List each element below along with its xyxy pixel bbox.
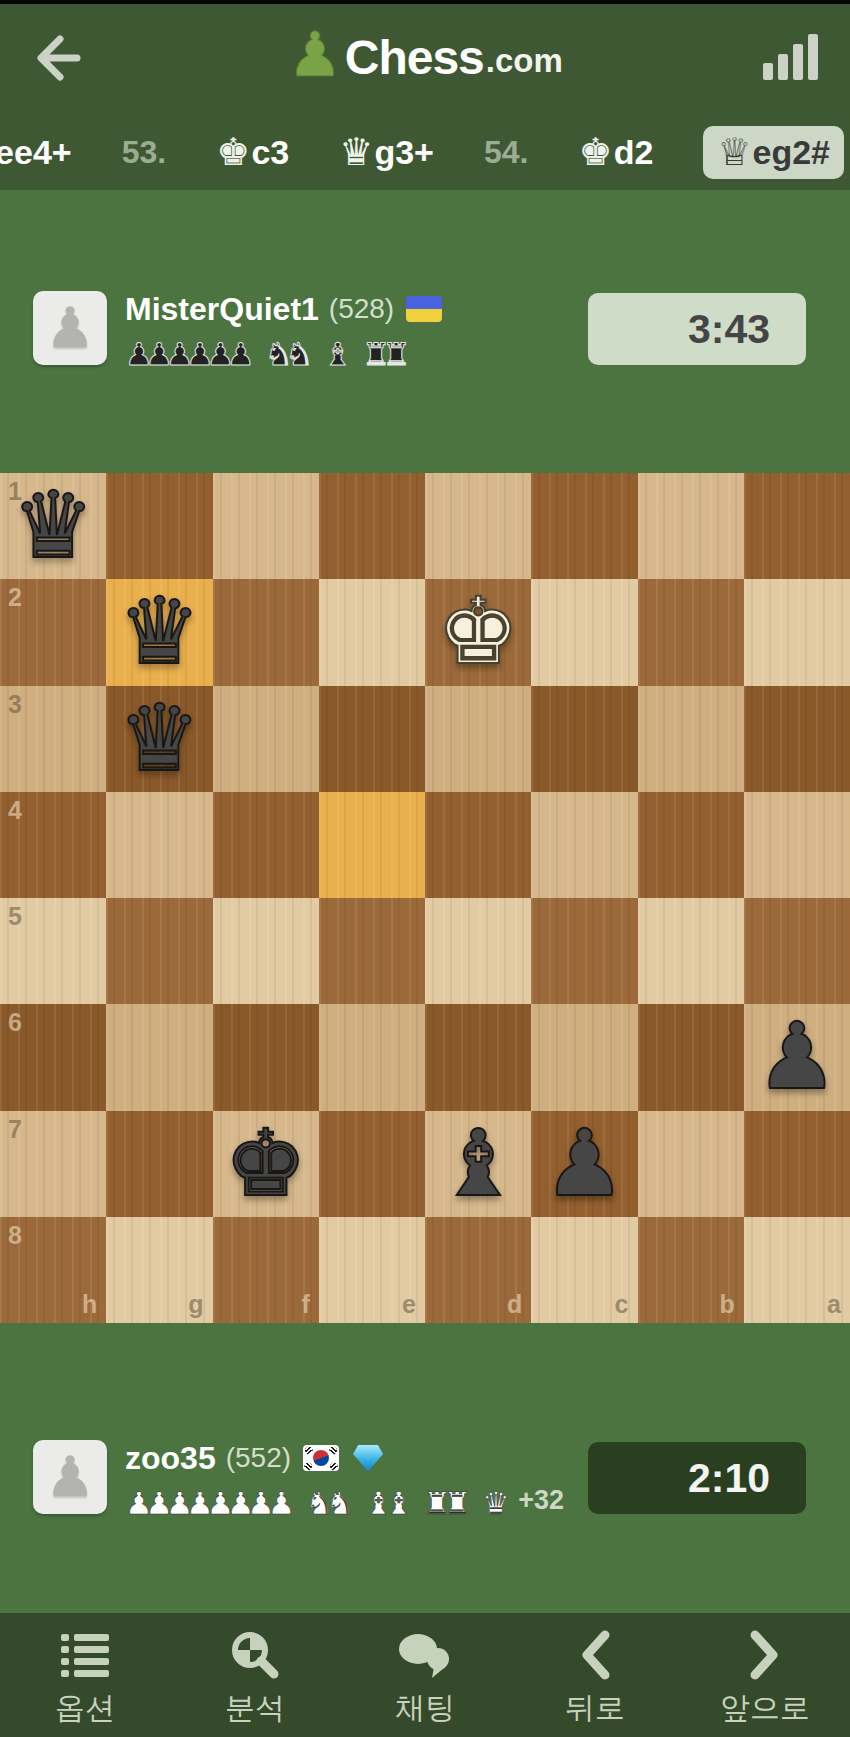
- rank-label: 2: [8, 585, 22, 610]
- captured-piece-group: ♛: [482, 1488, 502, 1519]
- rank-label: 8: [8, 1223, 22, 1248]
- square-h6[interactable]: 6: [0, 1004, 106, 1110]
- square-d5[interactable]: [425, 898, 531, 1004]
- square-a5[interactable]: [744, 898, 850, 1004]
- player-rating-bottom: (552): [226, 1442, 291, 1474]
- square-c1[interactable]: [531, 473, 637, 579]
- player-rating-top: (528): [329, 293, 394, 325]
- file-label: d: [507, 1292, 522, 1317]
- square-f4[interactable]: [213, 792, 319, 898]
- app-top-bar: ♟ Chess .com: [0, 4, 850, 110]
- captured-piece-group: ♟♟♟♟♟♟♟♟: [125, 1488, 288, 1519]
- square-h4[interactable]: 4: [0, 792, 106, 898]
- square-c6[interactable]: [531, 1004, 637, 1110]
- square-c2[interactable]: [531, 579, 637, 685]
- rank-label: 3: [8, 692, 22, 717]
- captured-pieces-bottom: ♟♟♟♟♟♟♟♟♞♞♝♝♜♜♛+32: [125, 1485, 564, 1519]
- material-advantage: +32: [518, 1485, 564, 1516]
- clock-top: 3:43: [588, 293, 806, 365]
- file-label: f: [301, 1292, 309, 1317]
- chess-app-screen: ♟ Chess .com ♛ee4+53.♚c3♛g3+54.♚d2♕eg2# …: [0, 0, 850, 1737]
- piece-bq-g3: ♛: [106, 686, 212, 792]
- captured-piece-group: ♜♜: [423, 1488, 464, 1519]
- nav-back-button[interactable]: 뒤로: [510, 1613, 680, 1737]
- square-c4[interactable]: [531, 792, 637, 898]
- square-g5[interactable]: [106, 898, 212, 1004]
- file-label: e: [402, 1292, 416, 1317]
- avatar-top[interactable]: ♟: [33, 291, 107, 365]
- piece-bq-h1: ♛: [0, 473, 106, 579]
- piece-wk-d2: ♚: [425, 579, 531, 685]
- piece-figurine-icon: ♚: [216, 133, 250, 171]
- captured-pieces-top: ♟♟♟♟♟♟♞♞♝♜♜: [125, 336, 442, 370]
- rank-label: 6: [8, 1010, 22, 1035]
- square-h7[interactable]: 7: [0, 1111, 106, 1217]
- top-dark-strip: ♟ Chess .com ♛ee4+53.♚c3♛g3+54.♚d2♕eg2#: [0, 4, 850, 190]
- square-e1[interactable]: [319, 473, 425, 579]
- square-f7[interactable]: ♚: [213, 1111, 319, 1217]
- square-a8[interactable]: a: [744, 1217, 850, 1323]
- analysis-magnifier-icon: [227, 1627, 283, 1683]
- player-name-bottom: zoo35: [125, 1440, 216, 1477]
- move-item[interactable]: ♛ee4+: [0, 133, 72, 172]
- captured-piece-group: ♞♞: [265, 339, 306, 370]
- square-h3[interactable]: 3: [0, 686, 106, 792]
- nav-chat-label: 채팅: [395, 1693, 455, 1723]
- square-g7[interactable]: [106, 1111, 212, 1217]
- square-h1[interactable]: 1♛: [0, 473, 106, 579]
- move-number[interactable]: 54.: [484, 134, 528, 171]
- signal-bars-icon: [763, 34, 818, 80]
- piece-bk-f7: ♚: [213, 1111, 319, 1217]
- nav-back-label: 뒤로: [565, 1693, 625, 1723]
- captured-piece-group: ♞♞: [306, 1488, 347, 1519]
- move-item[interactable]: ♚c3: [216, 133, 289, 172]
- piece-figurine-icon: ♛: [339, 133, 373, 171]
- square-b6[interactable]: [638, 1004, 744, 1110]
- square-d6[interactable]: [425, 1004, 531, 1110]
- square-g8[interactable]: g: [106, 1217, 212, 1323]
- file-label: h: [82, 1292, 97, 1317]
- piece-bb-d7: ♝: [425, 1111, 531, 1217]
- rank-label: 4: [8, 798, 22, 823]
- piece-bp-c7: ♟: [531, 1111, 637, 1217]
- square-g2[interactable]: ♛: [106, 579, 212, 685]
- square-g1[interactable]: [106, 473, 212, 579]
- square-b2[interactable]: [638, 579, 744, 685]
- ukraine-flag-icon: [406, 296, 442, 322]
- square-c5[interactable]: [531, 898, 637, 1004]
- move-item[interactable]: ♚d2: [579, 133, 654, 172]
- square-d2[interactable]: ♚: [425, 579, 531, 685]
- square-h8[interactable]: 8h: [0, 1217, 106, 1323]
- premium-diamond-icon: [353, 1445, 383, 1472]
- square-e7[interactable]: [319, 1111, 425, 1217]
- square-h5[interactable]: 5: [0, 898, 106, 1004]
- chat-bubbles-icon: [396, 1627, 454, 1683]
- square-c3[interactable]: [531, 686, 637, 792]
- piece-figurine-icon: ♕: [717, 133, 751, 171]
- chevron-right-icon: [745, 1627, 785, 1683]
- avatar-bottom[interactable]: ♟: [33, 1440, 107, 1514]
- square-d4[interactable]: [425, 792, 531, 898]
- square-d7[interactable]: ♝: [425, 1111, 531, 1217]
- avatar-pawn-icon: ♟: [45, 1449, 95, 1505]
- clock-bottom-time: 2:10: [688, 1455, 770, 1502]
- square-a4[interactable]: [744, 792, 850, 898]
- square-f2[interactable]: [213, 579, 319, 685]
- player-card-top: ♟ MisterQuiet1 (528) ♟♟♟♟♟♟♞♞♝♜♜ 3:43: [0, 291, 850, 371]
- square-e5[interactable]: [319, 898, 425, 1004]
- piece-figurine-icon: ♚: [579, 133, 613, 171]
- move-number[interactable]: 53.: [122, 134, 166, 171]
- nav-forward-label: 앞으로: [720, 1693, 810, 1723]
- captured-piece-group: ♝♝: [365, 1488, 406, 1519]
- nav-analysis-button[interactable]: 분석: [170, 1613, 340, 1737]
- square-e8[interactable]: e: [319, 1217, 425, 1323]
- square-b1[interactable]: [638, 473, 744, 579]
- square-h2[interactable]: 2: [0, 579, 106, 685]
- square-a2[interactable]: [744, 579, 850, 685]
- move-item[interactable]: ♕eg2#: [703, 126, 844, 179]
- square-a1[interactable]: [744, 473, 850, 579]
- clock-top-time: 3:43: [688, 306, 770, 353]
- square-e3[interactable]: [319, 686, 425, 792]
- chess-board: 1♛2♛♚3♛456♟7♚♝♟8hgfedcba: [0, 473, 850, 1323]
- options-list-icon: [59, 1627, 111, 1683]
- nav-options-label: 옵션: [55, 1693, 115, 1723]
- square-c7[interactable]: ♟: [531, 1111, 637, 1217]
- player-card-bottom: ♟ zoo35 (552) ♟♟♟♟♟♟♟♟♞♞♝♝♜♜♛+32 2:10: [0, 1440, 850, 1516]
- square-a3[interactable]: [744, 686, 850, 792]
- file-label: a: [827, 1292, 841, 1317]
- captured-piece-group: ♟♟♟♟♟♟: [125, 339, 247, 370]
- square-g4[interactable]: [106, 792, 212, 898]
- nav-forward-button[interactable]: 앞으로: [680, 1613, 850, 1737]
- piece-bq-g2: ♛: [106, 579, 212, 685]
- player-name-top: MisterQuiet1: [125, 291, 319, 328]
- logo-text-com: .com: [486, 42, 563, 80]
- square-b4[interactable]: [638, 792, 744, 898]
- nav-analysis-label: 분석: [225, 1693, 285, 1723]
- square-f3[interactable]: [213, 686, 319, 792]
- square-d8[interactable]: d: [425, 1217, 531, 1323]
- captured-piece-group: ♜♜: [362, 339, 403, 370]
- logo-text-chess: Chess: [345, 30, 484, 85]
- chevron-left-icon: [575, 1627, 615, 1683]
- player-info-bottom[interactable]: zoo35 (552) ♟♟♟♟♟♟♟♟♞♞♝♝♜♜♛+32: [125, 1440, 564, 1519]
- nav-options-button[interactable]: 옵션: [0, 1613, 170, 1737]
- clock-bottom: 2:10: [588, 1442, 806, 1514]
- chesscom-logo: ♟ Chess .com: [0, 4, 850, 110]
- move-item[interactable]: ♛g3+: [339, 133, 434, 172]
- square-g6[interactable]: [106, 1004, 212, 1110]
- square-b8[interactable]: b: [638, 1217, 744, 1323]
- square-f1[interactable]: [213, 473, 319, 579]
- square-b5[interactable]: [638, 898, 744, 1004]
- bottom-nav-bar: 옵션 분석 채팅: [0, 1613, 850, 1737]
- square-b7[interactable]: [638, 1111, 744, 1217]
- square-g3[interactable]: ♛: [106, 686, 212, 792]
- nav-chat-button[interactable]: 채팅: [340, 1613, 510, 1737]
- player-info-top[interactable]: MisterQuiet1 (528) ♟♟♟♟♟♟♞♞♝♜♜: [125, 291, 442, 370]
- square-c8[interactable]: c: [531, 1217, 637, 1323]
- square-e4[interactable]: [319, 792, 425, 898]
- square-f5[interactable]: [213, 898, 319, 1004]
- file-label: c: [615, 1292, 629, 1317]
- rank-label: 5: [8, 904, 22, 929]
- square-b3[interactable]: [638, 686, 744, 792]
- piece-bp-a6: ♟: [744, 1004, 850, 1110]
- square-d1[interactable]: [425, 473, 531, 579]
- file-label: b: [719, 1292, 734, 1317]
- avatar-pawn-icon: ♟: [45, 300, 95, 356]
- captured-piece-group: ♝: [324, 339, 344, 370]
- square-d3[interactable]: [425, 686, 531, 792]
- file-label: g: [188, 1292, 203, 1317]
- move-list: ♛ee4+53.♚c3♛g3+54.♚d2♕eg2#: [0, 114, 850, 190]
- south-korea-flag-icon: [303, 1445, 339, 1471]
- square-f6[interactable]: [213, 1004, 319, 1110]
- square-e6[interactable]: [319, 1004, 425, 1110]
- logo-pawn-icon: ♟: [287, 24, 343, 86]
- square-f8[interactable]: f: [213, 1217, 319, 1323]
- rank-label: 7: [8, 1117, 22, 1142]
- square-a6[interactable]: ♟: [744, 1004, 850, 1110]
- square-e2[interactable]: [319, 579, 425, 685]
- square-a7[interactable]: [744, 1111, 850, 1217]
